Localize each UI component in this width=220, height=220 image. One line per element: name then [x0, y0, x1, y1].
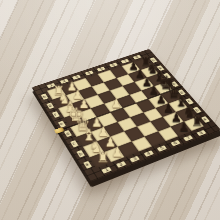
piece-white-pawn-e4[interactable]: ♟	[111, 98, 122, 110]
coord-label-file-a: a	[83, 161, 92, 169]
coord-label-file-h: h	[41, 94, 49, 100]
piece-white-rook-a1[interactable]: ♜	[97, 150, 110, 164]
coord-label-file-c: c	[70, 140, 78, 147]
coord-label-rank-6: 6	[170, 139, 180, 145]
board-squares: ♜♟♟♜♞♟♟♞♝♟♟♝♚♟♟♚♛♟♟♛♝♟♟♝♞♟♟♞♜♟♟♜	[47, 58, 204, 168]
coord-label-rank-5: 5	[97, 66, 106, 71]
coord-label-rank-4: 4	[85, 70, 94, 75]
coord-label-rank-7: 7	[183, 134, 193, 140]
piece-black-pawn-a7[interactable]: ♟	[179, 120, 190, 133]
coord-label-file-d: d	[64, 130, 72, 137]
coord-label-rank-6: 6	[109, 62, 118, 67]
coord-label-file-b: b	[76, 150, 85, 158]
coord-label-rank-3: 3	[130, 155, 140, 162]
coord-label-rank-4: 4	[143, 150, 153, 157]
photo-scene: 12345678 12345678 hgfedcba hgfedcba ♜♟♟♜…	[0, 0, 220, 220]
coord-label-rank-3: 3	[72, 74, 81, 79]
board-perspective-scene: 12345678 12345678 hgfedcba hgfedcba ♜♟♟♜…	[0, 0, 220, 220]
coord-label-rank-8: 8	[196, 129, 206, 135]
coord-label-file-f: f	[52, 111, 60, 118]
coord-label-rank-5: 5	[157, 145, 167, 151]
chess-board: 12345678 12345678 hgfedcba hgfedcba ♜♟♟♜…	[32, 49, 220, 182]
coord-label-rank-1: 1	[102, 166, 112, 173]
piece-black-rook-a8[interactable]: ♜	[191, 114, 203, 127]
coord-label-rank-2: 2	[116, 161, 126, 168]
piece-white-pawn-a2[interactable]: ♟	[112, 146, 124, 159]
coord-label-file-g: g	[46, 102, 54, 109]
